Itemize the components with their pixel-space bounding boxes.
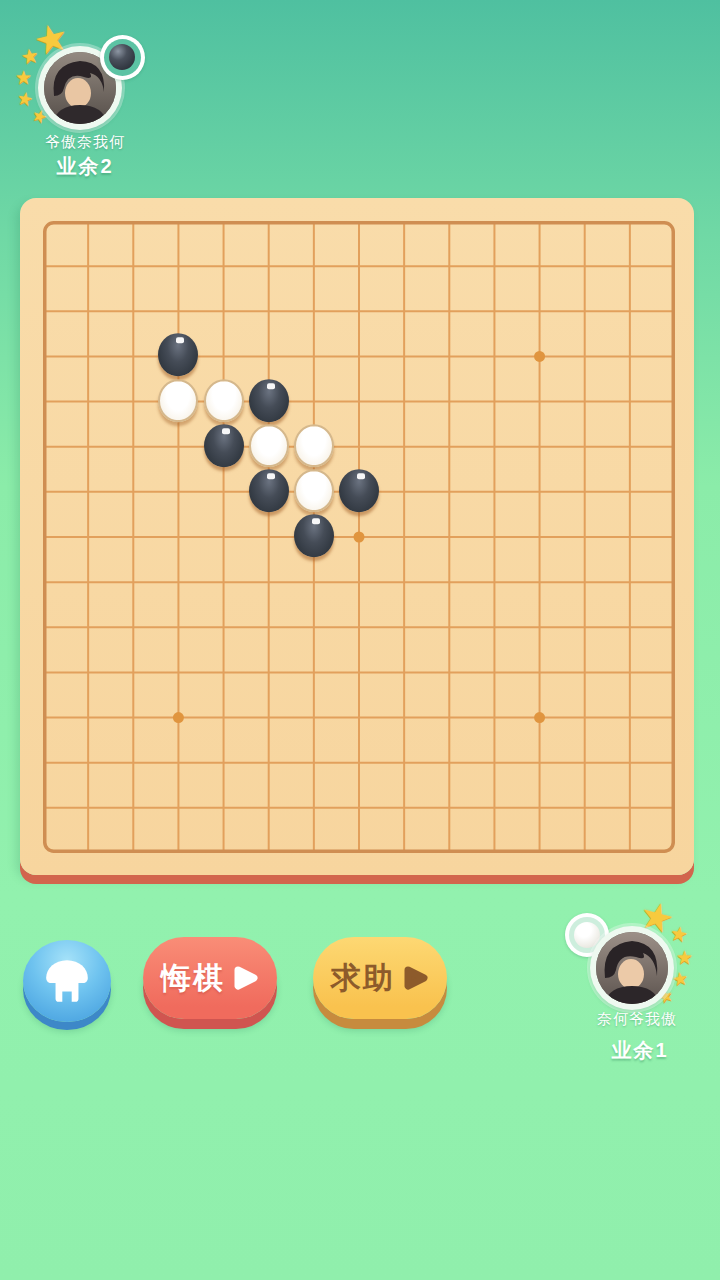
star-icon: ★ bbox=[16, 89, 35, 110]
stone-white bbox=[204, 379, 244, 422]
stone-white bbox=[249, 424, 289, 467]
help-button[interactable]: 求助 bbox=[313, 937, 447, 1019]
avatar bbox=[590, 926, 674, 1010]
play-triangle-icon bbox=[231, 964, 259, 992]
stone-white bbox=[294, 424, 334, 467]
star-icon: ★ bbox=[676, 948, 693, 967]
star-icon: ★ bbox=[19, 45, 40, 68]
star-point bbox=[173, 712, 184, 723]
stone-black bbox=[158, 334, 198, 377]
star-icon: ★ bbox=[15, 68, 32, 87]
home-icon bbox=[42, 957, 92, 1005]
undo-button[interactable]: 悔棋 bbox=[143, 937, 277, 1019]
player-top-name: 爷傲奈我何 bbox=[0, 133, 175, 152]
stone-black bbox=[249, 379, 289, 422]
home-button[interactable] bbox=[23, 940, 111, 1022]
player-bottom-name: 奈何爷我傲 bbox=[547, 1010, 720, 1029]
play-triangle-icon bbox=[401, 964, 429, 992]
stone-white bbox=[158, 379, 198, 422]
help-button-label: 求助 bbox=[331, 958, 395, 999]
stone-black bbox=[294, 514, 334, 557]
undo-button-label: 悔棋 bbox=[161, 958, 225, 999]
star-point bbox=[354, 532, 365, 543]
grid-lines bbox=[43, 221, 675, 853]
gomoku-board[interactable] bbox=[20, 198, 694, 875]
board-grid bbox=[43, 221, 675, 853]
stone-black bbox=[339, 469, 379, 512]
star-point bbox=[534, 351, 545, 362]
game-screen: ★★★★★ 爷傲奈我何 业余2 bbox=[0, 0, 720, 1280]
player-bottom-rank: 业余1 bbox=[550, 1037, 720, 1064]
player-top-rank: 业余2 bbox=[0, 153, 175, 180]
stone-white bbox=[294, 469, 334, 512]
star-icon: ★ bbox=[668, 923, 689, 946]
black-stone-icon bbox=[109, 44, 135, 70]
star-point bbox=[534, 712, 545, 723]
stone-black bbox=[249, 469, 289, 512]
portrait-placeholder bbox=[596, 932, 668, 1004]
stone-black bbox=[204, 424, 244, 467]
avatar-photo bbox=[596, 932, 668, 1004]
player-top-color-indicator bbox=[100, 35, 145, 80]
